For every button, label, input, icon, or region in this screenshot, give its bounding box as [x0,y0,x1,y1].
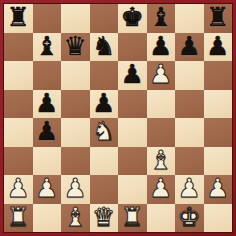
square-a5[interactable] [4,90,33,119]
square-g7[interactable]: ♟ [175,33,204,62]
piece-black-pawn: ♟ [92,90,115,116]
square-d3[interactable] [90,147,119,176]
piece-black-pawn: ♟ [206,33,229,59]
piece-white-pawn: ♟ [149,61,172,87]
square-c8[interactable] [61,4,90,33]
square-f4[interactable] [147,118,176,147]
square-f5[interactable] [147,90,176,119]
square-b7[interactable]: ♝ [33,33,62,62]
square-d6[interactable] [90,61,119,90]
piece-black-pawn: ♟ [35,90,58,116]
square-h7[interactable]: ♟ [204,33,233,62]
square-a8[interactable]: ♜ [4,4,33,33]
square-h4[interactable] [204,118,233,147]
piece-white-pawn: ♟ [35,175,58,201]
square-c1[interactable]: ♝ [61,204,90,233]
piece-black-pawn: ♟ [121,61,144,87]
board-frame: ♜♚♝♜♝♛♞♟♟♟♟♟♟♟♟♞♝♟♟♟♟♟♟♜♝♛♜♚ [0,0,236,236]
square-b1[interactable] [33,204,62,233]
square-d5[interactable]: ♟ [90,90,119,119]
piece-black-queen: ♛ [64,33,87,59]
piece-white-pawn: ♟ [178,175,201,201]
square-a3[interactable] [4,147,33,176]
square-e5[interactable] [118,90,147,119]
square-g8[interactable] [175,4,204,33]
square-g3[interactable] [175,147,204,176]
square-g4[interactable] [175,118,204,147]
square-c7[interactable]: ♛ [61,33,90,62]
square-d1[interactable]: ♛ [90,204,119,233]
square-e6[interactable]: ♟ [118,61,147,90]
square-e7[interactable] [118,33,147,62]
piece-white-pawn: ♟ [7,175,30,201]
piece-black-bishop: ♝ [149,4,172,30]
square-g2[interactable]: ♟ [175,175,204,204]
square-h8[interactable]: ♜ [204,4,233,33]
square-a1[interactable]: ♜ [4,204,33,233]
square-e3[interactable] [118,147,147,176]
piece-white-queen: ♛ [92,204,115,230]
square-g6[interactable] [175,61,204,90]
square-h6[interactable] [204,61,233,90]
piece-black-pawn: ♟ [149,33,172,59]
square-a2[interactable]: ♟ [4,175,33,204]
piece-black-pawn: ♟ [35,118,58,144]
square-e1[interactable]: ♜ [118,204,147,233]
piece-black-rook: ♜ [206,4,229,30]
square-a7[interactable] [4,33,33,62]
piece-white-pawn: ♟ [206,175,229,201]
piece-black-rook: ♜ [7,4,30,30]
square-c4[interactable] [61,118,90,147]
piece-white-bishop: ♝ [149,147,172,173]
square-c6[interactable] [61,61,90,90]
piece-white-rook: ♜ [121,204,144,230]
square-b6[interactable] [33,61,62,90]
square-b3[interactable] [33,147,62,176]
square-f1[interactable] [147,204,176,233]
square-d7[interactable]: ♞ [90,33,119,62]
square-d4[interactable]: ♞ [90,118,119,147]
piece-black-pawn: ♟ [178,33,201,59]
square-a6[interactable] [4,61,33,90]
piece-white-knight: ♞ [92,118,115,144]
square-h3[interactable] [204,147,233,176]
piece-white-king: ♚ [178,204,201,230]
piece-black-knight: ♞ [92,33,115,59]
square-f7[interactable]: ♟ [147,33,176,62]
square-e8[interactable]: ♚ [118,4,147,33]
piece-black-bishop: ♝ [35,33,58,59]
square-g5[interactable] [175,90,204,119]
square-b5[interactable]: ♟ [33,90,62,119]
square-f2[interactable]: ♟ [147,175,176,204]
square-h2[interactable]: ♟ [204,175,233,204]
piece-white-pawn: ♟ [149,175,172,201]
square-c3[interactable] [61,147,90,176]
piece-black-king: ♚ [121,4,144,30]
square-b2[interactable]: ♟ [33,175,62,204]
square-h5[interactable] [204,90,233,119]
piece-white-bishop: ♝ [64,204,87,230]
square-h1[interactable] [204,204,233,233]
square-c5[interactable] [61,90,90,119]
square-b4[interactable]: ♟ [33,118,62,147]
square-a4[interactable] [4,118,33,147]
square-d2[interactable] [90,175,119,204]
piece-white-rook: ♜ [7,204,30,230]
square-f3[interactable]: ♝ [147,147,176,176]
square-b8[interactable] [33,4,62,33]
square-f8[interactable]: ♝ [147,4,176,33]
square-d8[interactable] [90,4,119,33]
chess-board: ♜♚♝♜♝♛♞♟♟♟♟♟♟♟♟♞♝♟♟♟♟♟♟♜♝♛♜♚ [4,4,232,232]
square-e4[interactable] [118,118,147,147]
square-e2[interactable] [118,175,147,204]
square-c2[interactable]: ♟ [61,175,90,204]
square-g1[interactable]: ♚ [175,204,204,233]
piece-white-pawn: ♟ [64,175,87,201]
square-f6[interactable]: ♟ [147,61,176,90]
